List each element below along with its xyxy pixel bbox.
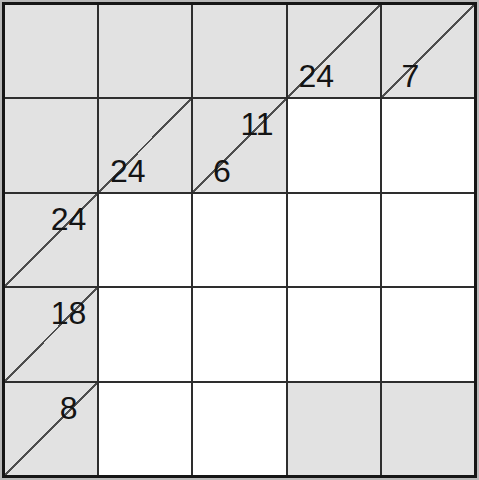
cell-r1-c4: 24 <box>288 5 380 97</box>
cell-r4-c4[interactable] <box>288 288 380 380</box>
cell-r5-c4 <box>288 383 380 475</box>
cell-r1-c2 <box>99 5 191 97</box>
cell-r4-c3[interactable] <box>193 288 285 380</box>
cell-r2-c1 <box>5 99 97 191</box>
cell-r1-c5: 7 <box>382 5 474 97</box>
cell-r2-c4[interactable] <box>288 99 380 191</box>
cell-r3-c5[interactable] <box>382 194 474 286</box>
clue-across-value: 8 <box>40 392 97 424</box>
clue-across-value: 18 <box>40 297 97 329</box>
clue-down-value: 6 <box>193 155 250 187</box>
clue-down-value: 24 <box>288 60 345 92</box>
cell-r4-c1: 18 <box>5 288 97 380</box>
page-frame: 2472461124188 <box>0 0 479 480</box>
cell-r5-c1: 8 <box>5 383 97 475</box>
clue-down-value: 24 <box>99 155 156 187</box>
cell-r5-c3[interactable] <box>193 383 285 475</box>
cell-r2-c3: 611 <box>193 99 285 191</box>
clue-down-value: 7 <box>382 60 439 92</box>
cell-r3-c4[interactable] <box>288 194 380 286</box>
cell-r1-c1 <box>5 5 97 97</box>
cell-r3-c1: 24 <box>5 194 97 286</box>
cell-r2-c5[interactable] <box>382 99 474 191</box>
cell-r1-c3 <box>193 5 285 97</box>
clue-across-value: 11 <box>228 108 285 140</box>
cell-r5-c5 <box>382 383 474 475</box>
cell-r2-c2: 24 <box>99 99 191 191</box>
cell-r3-c3[interactable] <box>193 194 285 286</box>
clue-across-value: 24 <box>40 203 97 235</box>
cell-r3-c2[interactable] <box>99 194 191 286</box>
cell-r4-c5[interactable] <box>382 288 474 380</box>
cell-r4-c2[interactable] <box>99 288 191 380</box>
cell-r5-c2[interactable] <box>99 383 191 475</box>
kakuro-board: 2472461124188 <box>2 2 477 478</box>
